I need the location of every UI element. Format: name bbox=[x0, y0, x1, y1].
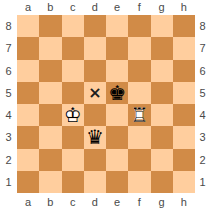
square-b1[interactable] bbox=[39, 171, 61, 193]
square-c8[interactable] bbox=[62, 15, 84, 37]
square-d4[interactable] bbox=[84, 104, 106, 126]
square-g2[interactable] bbox=[151, 149, 173, 171]
file-label-h: h bbox=[173, 0, 195, 15]
square-g8[interactable] bbox=[151, 15, 173, 37]
square-f1[interactable] bbox=[128, 171, 150, 193]
square-g5[interactable] bbox=[151, 82, 173, 104]
square-b8[interactable] bbox=[39, 15, 61, 37]
square-h7[interactable] bbox=[173, 37, 195, 59]
x-marker-d5: × bbox=[84, 82, 106, 104]
square-h6[interactable] bbox=[173, 60, 195, 82]
rank-label-8: 8 bbox=[194, 15, 211, 37]
square-g1[interactable] bbox=[151, 171, 173, 193]
rank-label-2: 2 bbox=[194, 149, 211, 171]
rank-label-2: 2 bbox=[0, 149, 17, 171]
square-h2[interactable] bbox=[173, 149, 195, 171]
square-a2[interactable] bbox=[17, 149, 39, 171]
rank-label-6: 6 bbox=[194, 60, 211, 82]
square-e1[interactable] bbox=[106, 171, 128, 193]
square-a7[interactable] bbox=[17, 37, 39, 59]
square-f3[interactable] bbox=[128, 126, 150, 148]
file-label-d: d bbox=[84, 0, 106, 15]
square-e5[interactable]: ♚ bbox=[106, 82, 128, 104]
square-b7[interactable] bbox=[39, 37, 61, 59]
square-g4[interactable] bbox=[151, 104, 173, 126]
rank-label-5: 5 bbox=[0, 82, 17, 104]
rank-label-3: 3 bbox=[0, 126, 17, 148]
square-f7[interactable] bbox=[128, 37, 150, 59]
square-c7[interactable] bbox=[62, 37, 84, 59]
rank-label-1: 1 bbox=[0, 171, 17, 193]
file-label-g: g bbox=[151, 193, 173, 212]
file-label-a: a bbox=[17, 0, 39, 15]
square-f2[interactable] bbox=[128, 149, 150, 171]
file-label-c: c bbox=[62, 0, 84, 15]
file-label-b: b bbox=[39, 193, 61, 212]
square-b3[interactable] bbox=[39, 126, 61, 148]
square-e3[interactable] bbox=[106, 126, 128, 148]
square-a3[interactable] bbox=[17, 126, 39, 148]
square-g7[interactable] bbox=[151, 37, 173, 59]
file-labels-bottom: abcdefgh bbox=[17, 193, 195, 212]
file-label-g: g bbox=[151, 0, 173, 15]
black-king-piece: ♚ bbox=[106, 82, 128, 104]
square-b6[interactable] bbox=[39, 60, 61, 82]
file-label-d: d bbox=[84, 193, 106, 212]
square-g6[interactable] bbox=[151, 60, 173, 82]
file-label-c: c bbox=[62, 193, 84, 212]
square-c4[interactable]: ♚♔ bbox=[62, 104, 84, 126]
square-d8[interactable] bbox=[84, 15, 106, 37]
square-a5[interactable] bbox=[17, 82, 39, 104]
square-c3[interactable] bbox=[62, 126, 84, 148]
black-queen-piece: ♛ bbox=[84, 126, 106, 148]
white-rook-piece-fill: ♜ bbox=[128, 104, 150, 126]
rank-label-1: 1 bbox=[194, 171, 211, 193]
square-g3[interactable] bbox=[151, 126, 173, 148]
rank-label-4: 4 bbox=[194, 104, 211, 126]
square-d7[interactable] bbox=[84, 37, 106, 59]
file-label-e: e bbox=[106, 0, 128, 15]
white-king-piece: ♔ bbox=[62, 104, 84, 126]
chess-board[interactable]: ×♚♚♔♜♖♛ bbox=[17, 15, 195, 193]
square-h3[interactable] bbox=[173, 126, 195, 148]
square-c5[interactable] bbox=[62, 82, 84, 104]
square-h1[interactable] bbox=[173, 171, 195, 193]
square-f8[interactable] bbox=[128, 15, 150, 37]
rank-label-8: 8 bbox=[0, 15, 17, 37]
rank-label-6: 6 bbox=[0, 60, 17, 82]
rank-labels-right: 87654321 bbox=[194, 15, 211, 193]
rank-label-7: 7 bbox=[0, 37, 17, 59]
square-b2[interactable] bbox=[39, 149, 61, 171]
square-e2[interactable] bbox=[106, 149, 128, 171]
square-h4[interactable] bbox=[173, 104, 195, 126]
square-e8[interactable] bbox=[106, 15, 128, 37]
square-a6[interactable] bbox=[17, 60, 39, 82]
square-b5[interactable] bbox=[39, 82, 61, 104]
square-h5[interactable] bbox=[173, 82, 195, 104]
rank-label-4: 4 bbox=[0, 104, 17, 126]
file-label-a: a bbox=[17, 193, 39, 212]
square-c6[interactable] bbox=[62, 60, 84, 82]
square-f5[interactable] bbox=[128, 82, 150, 104]
file-label-b: b bbox=[39, 0, 61, 15]
square-e4[interactable] bbox=[106, 104, 128, 126]
square-d2[interactable] bbox=[84, 149, 106, 171]
square-e7[interactable] bbox=[106, 37, 128, 59]
square-d5[interactable]: × bbox=[84, 82, 106, 104]
square-a1[interactable] bbox=[17, 171, 39, 193]
rank-labels-left: 87654321 bbox=[0, 15, 17, 193]
square-a4[interactable] bbox=[17, 104, 39, 126]
square-f4[interactable]: ♜♖ bbox=[128, 104, 150, 126]
file-label-h: h bbox=[173, 193, 195, 212]
square-f6[interactable] bbox=[128, 60, 150, 82]
file-label-f: f bbox=[128, 193, 150, 212]
square-d3[interactable]: ♛ bbox=[84, 126, 106, 148]
square-c2[interactable] bbox=[62, 149, 84, 171]
square-b4[interactable] bbox=[39, 104, 61, 126]
square-e6[interactable] bbox=[106, 60, 128, 82]
file-label-f: f bbox=[128, 0, 150, 15]
file-labels-top: abcdefgh bbox=[17, 0, 195, 15]
white-king-piece-fill: ♚ bbox=[62, 104, 84, 126]
square-a8[interactable] bbox=[17, 15, 39, 37]
file-label-e: e bbox=[106, 193, 128, 212]
white-rook-piece: ♖ bbox=[128, 104, 150, 126]
square-h8[interactable] bbox=[173, 15, 195, 37]
square-c1[interactable] bbox=[62, 171, 84, 193]
rank-label-3: 3 bbox=[194, 126, 211, 148]
square-d6[interactable] bbox=[84, 60, 106, 82]
rank-label-5: 5 bbox=[194, 82, 211, 104]
square-d1[interactable] bbox=[84, 171, 106, 193]
rank-label-7: 7 bbox=[194, 37, 211, 59]
chess-diagram: abcdefgh 87654321 ×♚♚♔♜♖♛ 87654321 abcde… bbox=[0, 0, 211, 212]
